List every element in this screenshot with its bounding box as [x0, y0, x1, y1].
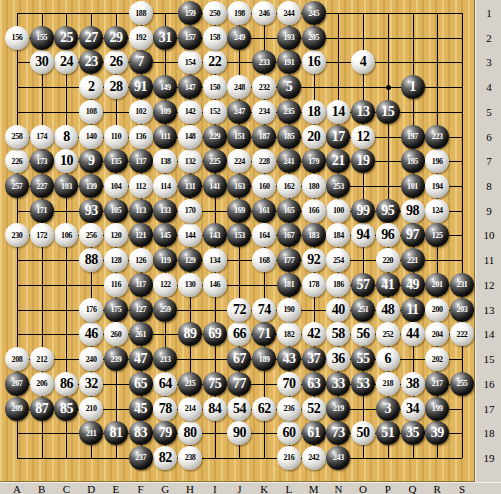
black-stone: 1 [401, 75, 425, 99]
white-stone: 178 [302, 273, 326, 297]
black-stone: 31 [153, 26, 177, 50]
column-label: N [330, 483, 346, 494]
white-stone: 188 [129, 1, 153, 25]
black-stone: 7 [129, 50, 153, 74]
black-stone: 3 [376, 397, 400, 421]
row-label: 6 [476, 130, 501, 144]
black-stone: 261 [129, 322, 153, 346]
white-stone: 142 [178, 100, 202, 124]
black-stone: 51 [376, 421, 400, 445]
white-stone: 38 [401, 372, 425, 396]
black-stone: 9 [79, 149, 103, 173]
column-label: J [231, 483, 247, 494]
white-stone: 102 [129, 100, 153, 124]
white-stone: 84 [203, 397, 227, 421]
white-stone: 236 [277, 397, 301, 421]
white-stone: 70 [277, 372, 301, 396]
white-stone: 146 [203, 273, 227, 297]
row-label: 8 [476, 179, 501, 193]
row-label: 3 [476, 55, 501, 69]
white-stone: 174 [30, 125, 54, 149]
white-stone: 228 [252, 149, 276, 173]
row-label: 17 [476, 402, 501, 416]
column-label: O [355, 483, 371, 494]
white-stone: 14 [326, 100, 350, 124]
white-stone: 80 [178, 421, 202, 445]
black-stone: 167 [277, 223, 301, 247]
white-stone: 198 [227, 1, 251, 25]
row-label: 18 [476, 426, 501, 440]
white-stone: 134 [203, 248, 227, 272]
white-stone: 114 [153, 174, 177, 198]
black-stone: 39 [425, 421, 449, 445]
white-stone: 218 [376, 372, 400, 396]
white-stone: 92 [302, 248, 326, 272]
column-label: I [207, 483, 223, 494]
black-stone: 23 [79, 50, 103, 74]
white-stone: 60 [277, 421, 301, 445]
black-stone: 137 [129, 149, 153, 173]
black-stone: 117 [129, 273, 153, 297]
black-stone: 247 [227, 100, 251, 124]
white-stone: 64 [153, 372, 177, 396]
white-stone: 104 [104, 174, 128, 198]
white-stone: 176 [79, 298, 103, 322]
white-stone: 72 [227, 298, 251, 322]
white-stone: 150 [203, 75, 227, 99]
white-stone: 124 [425, 199, 449, 223]
white-stone: 238 [178, 446, 202, 470]
black-stone: 19 [351, 149, 375, 173]
black-stone: 113 [129, 199, 153, 223]
white-stone: 94 [351, 223, 375, 247]
white-stone: 34 [401, 397, 425, 421]
black-stone: 27 [79, 26, 103, 50]
black-stone: 105 [104, 199, 128, 223]
black-stone: 147 [178, 75, 202, 99]
black-stone: 171 [30, 199, 54, 223]
row-label: 14 [476, 327, 501, 341]
black-stone: 163 [227, 174, 251, 198]
row-label: 19 [476, 451, 501, 465]
white-stone: 48 [376, 298, 400, 322]
white-stone: 202 [425, 347, 449, 371]
white-stone: 184 [326, 223, 350, 247]
white-stone: 172 [30, 223, 54, 247]
white-stone: 230 [5, 223, 29, 247]
black-stone: 75 [203, 372, 227, 396]
row-coordinate-margin: 12345678910111213141516171819 [475, 0, 501, 482]
black-stone: 111 [153, 125, 177, 149]
column-label: G [157, 483, 173, 494]
black-stone: 11 [401, 298, 425, 322]
white-stone: 194 [425, 174, 449, 198]
black-stone: 127 [129, 298, 153, 322]
kifu-viewer: 1234567891011121314151617181920212223242… [0, 0, 501, 494]
black-stone: 203 [450, 298, 474, 322]
black-stone: 29 [104, 26, 128, 50]
white-stone: 256 [79, 223, 103, 247]
black-stone: 155 [30, 26, 54, 50]
black-stone: 225 [203, 149, 227, 173]
black-stone: 71 [252, 322, 276, 346]
black-stone: 255 [450, 372, 474, 396]
column-label: F [133, 483, 149, 494]
black-stone: 195 [401, 149, 425, 173]
white-stone: 222 [450, 322, 474, 346]
row-label: 16 [476, 377, 501, 391]
white-stone: 200 [425, 298, 449, 322]
black-stone: 151 [227, 125, 251, 149]
black-stone: 191 [277, 50, 301, 74]
black-stone: 69 [203, 322, 227, 346]
white-stone: 62 [252, 397, 276, 421]
black-stone: 61 [302, 421, 326, 445]
white-stone: 216 [277, 446, 301, 470]
black-stone: 183 [302, 223, 326, 247]
black-stone: 179 [302, 149, 326, 173]
black-stone: 253 [326, 174, 350, 198]
white-stone: 108 [79, 100, 103, 124]
white-stone: 182 [277, 322, 301, 346]
grid-line-horizontal [17, 458, 462, 459]
black-stone: 63 [302, 372, 326, 396]
white-stone: 28 [104, 75, 128, 99]
black-stone: 5 [277, 75, 301, 99]
black-stone: 173 [30, 149, 54, 173]
black-stone: 85 [54, 397, 78, 421]
white-stone: 56 [351, 322, 375, 346]
white-stone: 192 [129, 26, 153, 50]
black-stone: 73 [326, 421, 350, 445]
column-label: B [34, 483, 50, 494]
black-stone: 37 [302, 347, 326, 371]
black-stone: 193 [277, 26, 301, 50]
column-label: M [306, 483, 322, 494]
white-stone: 22 [203, 50, 227, 74]
black-stone: 185 [277, 125, 301, 149]
white-stone: 88 [79, 248, 103, 272]
white-stone: 90 [227, 421, 251, 445]
white-stone: 138 [153, 149, 177, 173]
white-stone: 232 [252, 75, 276, 99]
white-stone: 144 [178, 223, 202, 247]
black-stone: 143 [203, 223, 227, 247]
white-stone: 246 [252, 1, 276, 25]
black-stone: 91 [129, 75, 153, 99]
black-stone: 45 [129, 397, 153, 421]
row-label: 13 [476, 303, 501, 317]
column-label: K [256, 483, 272, 494]
black-stone: 187 [252, 125, 276, 149]
column-label: L [281, 483, 297, 494]
white-stone: 20 [302, 125, 326, 149]
black-stone: 215 [178, 372, 202, 396]
white-stone: 166 [302, 199, 326, 223]
black-stone: 157 [178, 26, 202, 50]
white-stone: 106 [54, 223, 78, 247]
black-stone: 153 [227, 223, 251, 247]
white-stone: 220 [376, 248, 400, 272]
row-label: 12 [476, 278, 501, 292]
white-stone: 42 [302, 322, 326, 346]
black-stone: 49 [401, 273, 425, 297]
white-stone: 16 [302, 50, 326, 74]
row-label: 9 [476, 204, 501, 218]
black-stone: 139 [79, 174, 103, 198]
black-stone: 121 [129, 223, 153, 247]
white-stone: 36 [326, 347, 350, 371]
white-stone: 158 [203, 26, 227, 50]
black-stone: 161 [252, 199, 276, 223]
black-stone: 243 [326, 446, 350, 470]
white-stone: 130 [178, 273, 202, 297]
white-stone: 116 [104, 273, 128, 297]
black-stone: 65 [129, 372, 153, 396]
white-stone: 44 [401, 322, 425, 346]
white-stone: 32 [79, 372, 103, 396]
black-stone: 249 [227, 26, 251, 50]
white-stone: 254 [326, 248, 350, 272]
white-stone: 100 [326, 199, 350, 223]
white-stone: 50 [351, 421, 375, 445]
black-stone: 77 [227, 372, 251, 396]
black-stone: 175 [104, 298, 128, 322]
white-stone: 190 [277, 298, 301, 322]
black-stone: 189 [252, 347, 276, 371]
column-label: R [429, 483, 445, 494]
black-stone: 177 [277, 248, 301, 272]
black-stone: 169 [227, 199, 251, 223]
row-label: 4 [476, 80, 501, 94]
white-stone: 170 [178, 199, 202, 223]
black-stone: 57 [351, 273, 375, 297]
go-board[interactable]: 1234567891011121314151617181920212223242… [0, 0, 475, 482]
column-coordinate-margin: ABCDEFGHIJKLMNOPQRS [0, 482, 501, 494]
black-stone: 109 [153, 100, 177, 124]
white-stone: 162 [277, 174, 301, 198]
white-stone: 18 [302, 100, 326, 124]
white-stone: 96 [376, 223, 400, 247]
black-stone: 259 [153, 298, 177, 322]
white-stone: 240 [79, 347, 103, 371]
white-stone: 52 [302, 397, 326, 421]
white-stone: 148 [178, 125, 202, 149]
white-stone: 6 [376, 347, 400, 371]
black-stone: 201 [425, 273, 449, 297]
white-stone: 186 [326, 273, 350, 297]
white-stone: 180 [302, 174, 326, 198]
white-stone: 258 [5, 125, 29, 149]
black-stone: 125 [425, 223, 449, 247]
white-stone: 226 [5, 149, 29, 173]
white-stone: 82 [153, 446, 177, 470]
column-label: Q [405, 483, 421, 494]
white-stone: 122 [153, 273, 177, 297]
black-stone: 165 [277, 199, 301, 223]
black-stone: 233 [252, 50, 276, 74]
black-stone: 97 [401, 223, 425, 247]
black-stone: 35 [401, 421, 425, 445]
row-label: 5 [476, 105, 501, 119]
white-stone: 164 [252, 223, 276, 247]
black-stone: 231 [450, 273, 474, 297]
white-stone: 260 [104, 322, 128, 346]
column-label: E [108, 483, 124, 494]
black-stone: 15 [376, 100, 400, 124]
white-stone: 78 [153, 397, 177, 421]
star-point [386, 85, 391, 90]
black-stone: 237 [129, 446, 153, 470]
black-stone: 227 [30, 174, 54, 198]
black-stone: 95 [376, 199, 400, 223]
white-stone: 242 [302, 446, 326, 470]
white-stone: 66 [227, 322, 251, 346]
white-stone: 160 [252, 174, 276, 198]
white-stone: 136 [129, 125, 153, 149]
black-stone: 241 [277, 149, 301, 173]
white-stone: 8 [54, 125, 78, 149]
black-stone: 25 [54, 26, 78, 50]
white-stone: 234 [252, 100, 276, 124]
black-stone: 141 [203, 174, 227, 198]
black-stone: 221 [401, 248, 425, 272]
black-stone: 93 [79, 199, 103, 223]
white-stone: 140 [79, 125, 103, 149]
black-stone: 223 [425, 125, 449, 149]
white-stone: 154 [178, 50, 202, 74]
white-stone: 196 [425, 149, 449, 173]
black-stone: 159 [178, 1, 202, 25]
white-stone: 126 [129, 248, 153, 272]
black-stone: 213 [153, 347, 177, 371]
black-stone: 55 [351, 347, 375, 371]
white-stone: 206 [30, 372, 54, 396]
white-stone: 128 [104, 248, 128, 272]
white-stone: 168 [252, 248, 276, 272]
black-stone: 103 [54, 174, 78, 198]
black-stone: 211 [79, 421, 103, 445]
white-stone: 54 [227, 397, 251, 421]
black-stone: 205 [302, 26, 326, 50]
white-stone: 214 [178, 397, 202, 421]
black-stone: 199 [425, 397, 449, 421]
column-label: D [83, 483, 99, 494]
black-stone: 129 [178, 248, 202, 272]
black-stone: 47 [129, 347, 153, 371]
white-stone: 12 [351, 125, 375, 149]
black-stone: 217 [425, 372, 449, 396]
black-stone: 79 [153, 421, 177, 445]
black-stone: 257 [5, 174, 29, 198]
white-stone: 204 [425, 322, 449, 346]
black-stone: 135 [104, 149, 128, 173]
black-stone: 21 [326, 149, 350, 173]
white-stone: 10 [54, 149, 78, 173]
column-label: S [454, 483, 470, 494]
black-stone: 145 [153, 223, 177, 247]
white-stone: 58 [326, 322, 350, 346]
black-stone: 149 [153, 75, 177, 99]
white-stone: 40 [326, 298, 350, 322]
column-label: A [9, 483, 25, 494]
white-stone: 26 [104, 50, 128, 74]
white-stone: 156 [5, 26, 29, 50]
white-stone: 86 [54, 372, 78, 396]
black-stone: 87 [30, 397, 54, 421]
white-stone: 120 [104, 223, 128, 247]
black-stone: 229 [203, 125, 227, 149]
row-label: 1 [476, 6, 501, 20]
white-stone: 4 [351, 50, 375, 74]
white-stone: 2 [79, 75, 103, 99]
white-stone: 252 [376, 322, 400, 346]
white-stone: 74 [252, 298, 276, 322]
black-stone: 251 [351, 298, 375, 322]
white-stone: 224 [227, 149, 251, 173]
white-stone: 244 [277, 1, 301, 25]
black-stone: 133 [153, 199, 177, 223]
white-stone: 248 [227, 75, 251, 99]
black-stone: 43 [277, 347, 301, 371]
column-label: H [182, 483, 198, 494]
row-label: 10 [476, 228, 501, 242]
white-stone: 208 [5, 347, 29, 371]
white-stone: 152 [203, 100, 227, 124]
white-stone: 46 [79, 322, 103, 346]
row-label: 2 [476, 31, 501, 45]
black-stone: 81 [104, 421, 128, 445]
column-label: C [58, 483, 74, 494]
black-stone: 83 [129, 421, 153, 445]
white-stone: 30 [30, 50, 54, 74]
black-stone: 207 [5, 372, 29, 396]
black-stone: 41 [376, 273, 400, 297]
black-stone: 119 [153, 248, 177, 272]
black-stone: 53 [351, 372, 375, 396]
white-stone: 132 [178, 149, 202, 173]
black-stone: 239 [104, 347, 128, 371]
black-stone: 235 [277, 100, 301, 124]
black-stone: 181 [277, 273, 301, 297]
black-stone: 101 [401, 174, 425, 198]
white-stone: 212 [30, 347, 54, 371]
black-stone: 131 [178, 174, 202, 198]
black-stone: 219 [326, 397, 350, 421]
white-stone: 110 [104, 125, 128, 149]
row-label: 11 [476, 253, 501, 267]
black-stone: 209 [5, 397, 29, 421]
black-stone: 99 [351, 199, 375, 223]
row-label: 15 [476, 352, 501, 366]
black-stone: 33 [326, 372, 350, 396]
column-label: P [380, 483, 396, 494]
white-stone: 210 [79, 397, 103, 421]
white-stone: 112 [129, 174, 153, 198]
white-stone: 24 [54, 50, 78, 74]
black-stone: 13 [351, 100, 375, 124]
row-label: 7 [476, 154, 501, 168]
black-stone: 67 [227, 347, 251, 371]
white-stone: 250 [203, 1, 227, 25]
black-stone: 17 [326, 125, 350, 149]
black-stone: 245 [302, 1, 326, 25]
black-stone: 197 [401, 125, 425, 149]
white-stone: 98 [401, 199, 425, 223]
black-stone: 89 [178, 322, 202, 346]
